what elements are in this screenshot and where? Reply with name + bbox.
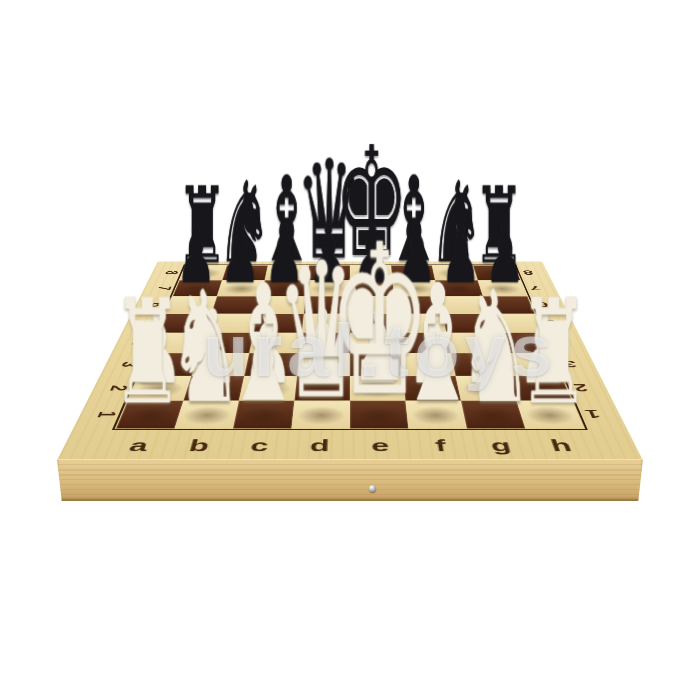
file-label-f: f [408,428,473,459]
square-h1: ♜ [517,401,584,429]
square-g1: ♞ [461,401,525,429]
file-label-h: h [525,428,597,459]
screw-icon [369,485,376,492]
piece-white-rook: ♜ [518,280,589,425]
file-label-e: e [350,428,412,459]
board-squares: ♜♞♝♛♚♝♞♜♟♟♟♟♟♟♟♟♟♟♟♟♟♟♟♟♜♞♝♛♚♝♞♜ [116,265,584,428]
chess-set-photo: ♜♞♝♛♚♝♞♜♟♟♟♟♟♟♟♟♟♟♟♟♟♟♟♟♜♞♝♛♚♝♞♜ abcdefg… [0,0,700,700]
file-label-d: d [288,428,350,459]
chess-board: ♜♞♝♛♚♝♞♜♟♟♟♟♟♟♟♟♟♟♟♟♟♟♟♟♜♞♝♛♚♝♞♜ abcdefg… [57,261,642,459]
board-front-edge [57,459,643,501]
file-label-b: b [165,428,234,459]
file-labels: abcdefgh [103,428,598,459]
file-label-g: g [467,428,536,459]
file-label-c: c [226,428,291,459]
file-label-a: a [103,428,175,459]
